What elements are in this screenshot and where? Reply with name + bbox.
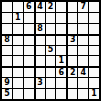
- cell-r4c2[interactable]: [13, 35, 23, 45]
- cell-r8c9[interactable]: [89, 78, 99, 88]
- cell-r2c5[interactable]: [46, 13, 56, 23]
- cell-r3c1[interactable]: [2, 24, 12, 34]
- cell-r6c3[interactable]: [24, 56, 34, 66]
- cell-r3c6[interactable]: [56, 24, 66, 34]
- cell-r5c2[interactable]: [13, 46, 23, 56]
- cell-r6c1[interactable]: [2, 56, 12, 66]
- cell-r4c9[interactable]: [89, 35, 99, 45]
- cell-r5c3[interactable]: [24, 46, 34, 56]
- cell-r1c3[interactable]: 6: [24, 2, 34, 12]
- cell-r7c4[interactable]: [35, 67, 45, 77]
- cell-r7c2[interactable]: [13, 67, 23, 77]
- cell-r1c5[interactable]: 2: [46, 2, 56, 12]
- cell-r9c8[interactable]: [78, 89, 88, 99]
- cell-r2c6[interactable]: [56, 13, 66, 23]
- cell-r8c3[interactable]: [24, 78, 34, 88]
- sudoku-board: 64271883516249351: [0, 0, 101, 101]
- cell-r7c5[interactable]: [46, 67, 56, 77]
- cell-r9c3[interactable]: [24, 89, 34, 99]
- cell-r6c5[interactable]: [46, 56, 56, 66]
- cell-r1c6[interactable]: [56, 2, 66, 12]
- cell-r6c6[interactable]: 1: [56, 56, 66, 66]
- cell-r6c7[interactable]: [67, 56, 77, 66]
- cell-r3c4[interactable]: 8: [35, 24, 45, 34]
- cell-r8c8[interactable]: [78, 78, 88, 88]
- cell-r8c5[interactable]: [46, 78, 56, 88]
- cell-r4c1[interactable]: 8: [2, 35, 12, 45]
- cell-r5c6[interactable]: [56, 46, 66, 56]
- cell-r2c2[interactable]: 1: [13, 13, 23, 23]
- cell-r5c4[interactable]: [35, 46, 45, 56]
- cell-r7c3[interactable]: [24, 67, 34, 77]
- cell-r1c8[interactable]: 7: [78, 2, 88, 12]
- cell-r4c6[interactable]: [56, 35, 66, 45]
- cell-r2c9[interactable]: [89, 13, 99, 23]
- cell-r3c8[interactable]: [78, 24, 88, 34]
- cell-r9c4[interactable]: [35, 89, 45, 99]
- cell-r9c9[interactable]: 1: [89, 89, 99, 99]
- cell-r4c7[interactable]: 3: [67, 35, 77, 45]
- cell-r9c6[interactable]: [56, 89, 66, 99]
- cell-r4c8[interactable]: [78, 35, 88, 45]
- cell-r8c1[interactable]: 9: [2, 78, 12, 88]
- cell-r2c7[interactable]: [67, 13, 77, 23]
- cell-r7c8[interactable]: 4: [78, 67, 88, 77]
- cell-r8c4[interactable]: 3: [35, 78, 45, 88]
- cell-r5c8[interactable]: [78, 46, 88, 56]
- cell-r3c7[interactable]: [67, 24, 77, 34]
- cell-r3c3[interactable]: [24, 24, 34, 34]
- cell-r3c9[interactable]: [89, 24, 99, 34]
- cell-r1c4[interactable]: 4: [35, 2, 45, 12]
- cell-r9c5[interactable]: [46, 89, 56, 99]
- cell-r9c1[interactable]: 5: [2, 89, 12, 99]
- cell-r2c4[interactable]: [35, 13, 45, 23]
- cell-r2c3[interactable]: [24, 13, 34, 23]
- cell-r4c3[interactable]: [24, 35, 34, 45]
- cell-r6c4[interactable]: [35, 56, 45, 66]
- cell-r5c7[interactable]: [67, 46, 77, 56]
- cell-r5c9[interactable]: [89, 46, 99, 56]
- cell-r6c8[interactable]: [78, 56, 88, 66]
- cell-r1c2[interactable]: [13, 2, 23, 12]
- cell-r8c2[interactable]: [13, 78, 23, 88]
- cell-r9c2[interactable]: [13, 89, 23, 99]
- cell-r2c8[interactable]: [78, 13, 88, 23]
- cell-r1c1[interactable]: [2, 2, 12, 12]
- cell-r5c1[interactable]: [2, 46, 12, 56]
- cell-r9c7[interactable]: [67, 89, 77, 99]
- cell-r3c5[interactable]: [46, 24, 56, 34]
- cell-r7c6[interactable]: 6: [56, 67, 66, 77]
- cell-r3c2[interactable]: [13, 24, 23, 34]
- cell-r6c9[interactable]: [89, 56, 99, 66]
- cell-r6c2[interactable]: [13, 56, 23, 66]
- cell-r8c6[interactable]: [56, 78, 66, 88]
- cell-r4c4[interactable]: [35, 35, 45, 45]
- cell-r7c9[interactable]: [89, 67, 99, 77]
- cell-r7c7[interactable]: 2: [67, 67, 77, 77]
- cell-r5c5[interactable]: 5: [46, 46, 56, 56]
- cell-r2c1[interactable]: [2, 13, 12, 23]
- cell-r8c7[interactable]: [67, 78, 77, 88]
- cell-r7c1[interactable]: [2, 67, 12, 77]
- cell-r1c9[interactable]: [89, 2, 99, 12]
- cell-r1c7[interactable]: [67, 2, 77, 12]
- cell-r4c5[interactable]: [46, 35, 56, 45]
